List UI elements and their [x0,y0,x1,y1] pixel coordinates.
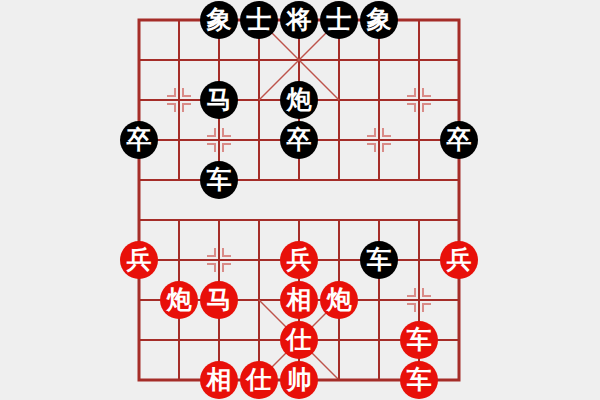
piece-black-soldier[interactable]: 卒 [440,121,478,159]
intersection-8-9[interactable] [439,360,479,400]
piece-red-soldier[interactable]: 兵 [280,241,318,279]
intersection-6-3[interactable] [359,120,399,160]
intersection-7-8[interactable]: 车 [399,320,439,360]
intersection-1-7[interactable]: 炮 [159,280,199,320]
intersection-7-0[interactable] [399,0,439,40]
intersection-1-8[interactable] [159,320,199,360]
intersection-8-4[interactable] [439,160,479,200]
intersection-3-1[interactable] [239,40,279,80]
intersection-1-4[interactable] [159,160,199,200]
intersection-1-9[interactable] [159,360,199,400]
intersection-2-5[interactable] [199,200,239,240]
piece-black-advisor[interactable]: 士 [240,1,278,39]
piece-red-elephant[interactable]: 相 [200,361,238,399]
intersection-8-7[interactable] [439,280,479,320]
intersection-1-0[interactable] [159,0,199,40]
intersection-6-0[interactable]: 象 [359,0,399,40]
intersection-5-5[interactable] [319,200,359,240]
intersection-6-7[interactable] [359,280,399,320]
intersection-4-2[interactable]: 炮 [279,80,319,120]
intersection-3-8[interactable] [239,320,279,360]
intersection-3-5[interactable] [239,200,279,240]
intersection-1-5[interactable] [159,200,199,240]
intersection-8-3[interactable]: 卒 [439,120,479,160]
intersection-5-0[interactable]: 士 [319,0,359,40]
intersection-0-0[interactable] [119,0,159,40]
intersection-7-9[interactable]: 车 [399,360,439,400]
xiangqi-screenshot: 象士将士象马炮卒卒卒车兵兵车兵炮马相炮仕车相仕帅车 [0,0,600,400]
intersection-4-4[interactable] [279,160,319,200]
intersection-7-6[interactable] [399,240,439,280]
piece-red-soldier[interactable]: 兵 [440,241,478,279]
intersection-2-2[interactable]: 马 [199,80,239,120]
intersection-0-9[interactable] [119,360,159,400]
intersection-6-8[interactable] [359,320,399,360]
intersection-6-1[interactable] [359,40,399,80]
piece-black-cannon[interactable]: 炮 [280,81,318,119]
intersection-1-2[interactable] [159,80,199,120]
intersection-7-2[interactable] [399,80,439,120]
intersection-8-6[interactable]: 兵 [439,240,479,280]
piece-black-general[interactable]: 将 [280,1,318,39]
piece-red-elephant[interactable]: 相 [280,281,318,319]
intersection-3-7[interactable] [239,280,279,320]
intersection-3-2[interactable] [239,80,279,120]
piece-red-general[interactable]: 帅 [280,361,318,399]
intersection-0-2[interactable] [119,80,159,120]
intersection-6-4[interactable] [359,160,399,200]
intersection-1-6[interactable] [159,240,199,280]
piece-red-cannon[interactable]: 炮 [320,281,358,319]
piece-black-elephant[interactable]: 象 [360,1,398,39]
intersection-7-3[interactable] [399,120,439,160]
intersection-5-8[interactable] [319,320,359,360]
intersection-0-3[interactable]: 卒 [119,120,159,160]
intersection-5-3[interactable] [319,120,359,160]
intersection-6-2[interactable] [359,80,399,120]
intersection-2-3[interactable] [199,120,239,160]
intersection-4-6[interactable]: 兵 [279,240,319,280]
intersection-8-5[interactable] [439,200,479,240]
intersection-3-6[interactable] [239,240,279,280]
piece-red-advisor[interactable]: 仕 [280,321,318,359]
intersection-5-7[interactable]: 炮 [319,280,359,320]
intersection-5-2[interactable] [319,80,359,120]
intersection-0-6[interactable]: 兵 [119,240,159,280]
piece-red-soldier[interactable]: 兵 [120,241,158,279]
intersection-8-1[interactable] [439,40,479,80]
intersection-6-6[interactable]: 车 [359,240,399,280]
intersection-0-7[interactable] [119,280,159,320]
intersection-5-1[interactable] [319,40,359,80]
intersection-2-7[interactable]: 马 [199,280,239,320]
piece-red-chariot[interactable]: 车 [400,321,438,359]
piece-red-cannon[interactable]: 炮 [160,281,198,319]
intersection-5-4[interactable] [319,160,359,200]
intersection-2-9[interactable]: 相 [199,360,239,400]
intersection-8-0[interactable] [439,0,479,40]
piece-black-soldier[interactable]: 卒 [120,121,158,159]
intersection-8-8[interactable] [439,320,479,360]
intersection-4-0[interactable]: 将 [279,0,319,40]
intersection-7-1[interactable] [399,40,439,80]
piece-red-chariot[interactable]: 车 [400,361,438,399]
intersection-0-4[interactable] [119,160,159,200]
intersection-0-8[interactable] [119,320,159,360]
piece-black-soldier[interactable]: 卒 [280,121,318,159]
intersection-2-0[interactable]: 象 [199,0,239,40]
intersection-2-6[interactable] [199,240,239,280]
intersection-2-4[interactable]: 车 [199,160,239,200]
piece-black-chariot[interactable]: 车 [360,241,398,279]
intersection-4-3[interactable]: 卒 [279,120,319,160]
intersection-6-9[interactable] [359,360,399,400]
intersection-3-9[interactable]: 仕 [239,360,279,400]
intersection-7-4[interactable] [399,160,439,200]
intersection-4-5[interactable] [279,200,319,240]
intersection-2-8[interactable] [199,320,239,360]
intersection-1-3[interactable] [159,120,199,160]
intersection-3-0[interactable]: 士 [239,0,279,40]
piece-red-horse[interactable]: 马 [200,281,238,319]
piece-black-horse[interactable]: 马 [200,81,238,119]
piece-black-elephant[interactable]: 象 [200,1,238,39]
intersection-8-2[interactable] [439,80,479,120]
intersection-3-3[interactable] [239,120,279,160]
piece-black-advisor[interactable]: 士 [320,1,358,39]
intersection-4-7[interactable]: 相 [279,280,319,320]
intersection-6-5[interactable] [359,200,399,240]
intersection-5-9[interactable] [319,360,359,400]
intersection-4-1[interactable] [279,40,319,80]
intersection-0-5[interactable] [119,200,159,240]
intersection-7-5[interactable] [399,200,439,240]
piece-red-advisor[interactable]: 仕 [240,361,278,399]
intersection-4-8[interactable]: 仕 [279,320,319,360]
intersection-1-1[interactable] [159,40,199,80]
intersection-0-1[interactable] [119,40,159,80]
board-intersections: 象士将士象马炮卒卒卒车兵兵车兵炮马相炮仕车相仕帅车 [119,0,479,400]
intersection-7-7[interactable] [399,280,439,320]
intersection-2-1[interactable] [199,40,239,80]
intersection-3-4[interactable] [239,160,279,200]
intersection-4-9[interactable]: 帅 [279,360,319,400]
xiangqi-board[interactable]: 象士将士象马炮卒卒卒车兵兵车兵炮马相炮仕车相仕帅车 [119,0,479,400]
intersection-5-6[interactable] [319,240,359,280]
piece-black-chariot[interactable]: 车 [200,161,238,199]
